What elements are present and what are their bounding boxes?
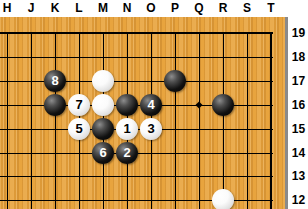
stone-black-r16[interactable] (212, 94, 234, 116)
col-label-O: O (146, 1, 155, 17)
stone-black-k16[interactable] (44, 94, 66, 116)
move-number-3: 3 (147, 121, 154, 136)
col-label-N: N (123, 1, 132, 17)
col-label-M: M (98, 1, 108, 17)
row-label-16: 16 (289, 98, 308, 112)
col-label-H: H (3, 1, 12, 17)
go-board[interactable]: 87451362 (0, 17, 285, 209)
col-label-T: T (267, 1, 274, 17)
col-label-K: K (51, 1, 60, 17)
grid-line-row-19 (0, 32, 273, 34)
stone-white-r12[interactable] (212, 189, 234, 209)
col-label-L: L (75, 1, 82, 17)
row-label-19: 19 (289, 26, 308, 40)
move-number-4: 4 (147, 97, 154, 112)
stone-black-p17[interactable] (164, 70, 186, 92)
star-point-q16 (195, 101, 202, 108)
board-edge-shadow (285, 17, 288, 209)
grid-line-row-18 (0, 57, 273, 58)
move-number-2: 2 (123, 145, 130, 160)
move-number-7: 7 (75, 97, 82, 112)
grid-line-col-H (7, 32, 8, 209)
move-number-1: 1 (123, 121, 130, 136)
row-label-14: 14 (289, 146, 308, 160)
move-number-8: 8 (51, 73, 58, 88)
col-label-Q: Q (194, 1, 203, 17)
grid-line-row-13 (0, 176, 273, 177)
stone-black-n16[interactable] (116, 94, 138, 116)
grid-line-col-S (247, 32, 248, 209)
stone-black-m14[interactable]: 6 (92, 142, 114, 164)
stone-white-n15[interactable]: 1 (116, 118, 138, 140)
grid-line-col-Q (199, 32, 200, 209)
grid-line-col-J (31, 32, 32, 209)
grid-line-col-R (223, 32, 224, 209)
row-label-12: 12 (289, 193, 308, 207)
col-label-J: J (28, 1, 35, 17)
stone-black-m15[interactable] (92, 118, 114, 140)
stone-black-n14[interactable]: 2 (116, 142, 138, 164)
row-label-13: 13 (289, 169, 308, 183)
stone-white-l15[interactable]: 5 (68, 118, 90, 140)
row-label-18: 18 (289, 50, 308, 64)
grid-line-col-P (175, 32, 176, 209)
go-diagram: HJKLMNOPQRST 87451362 1918171615141312 (0, 0, 308, 209)
move-number-5: 5 (75, 121, 82, 136)
stone-black-o16[interactable]: 4 (140, 94, 162, 116)
row-label-15: 15 (289, 122, 308, 136)
col-label-R: R (219, 1, 228, 17)
move-number-6: 6 (99, 145, 106, 160)
grid-line-col-K (55, 32, 56, 209)
stone-white-l16[interactable]: 7 (68, 94, 90, 116)
grid-line-col-T (270, 32, 272, 209)
row-label-17: 17 (289, 74, 308, 88)
stone-white-m17[interactable] (92, 70, 114, 92)
col-label-S: S (243, 1, 251, 17)
col-label-P: P (171, 1, 179, 17)
stone-white-o15[interactable]: 3 (140, 118, 162, 140)
grid-line-row-17 (0, 81, 273, 82)
stone-black-k17[interactable]: 8 (44, 70, 66, 92)
stone-white-m16[interactable] (92, 94, 114, 116)
